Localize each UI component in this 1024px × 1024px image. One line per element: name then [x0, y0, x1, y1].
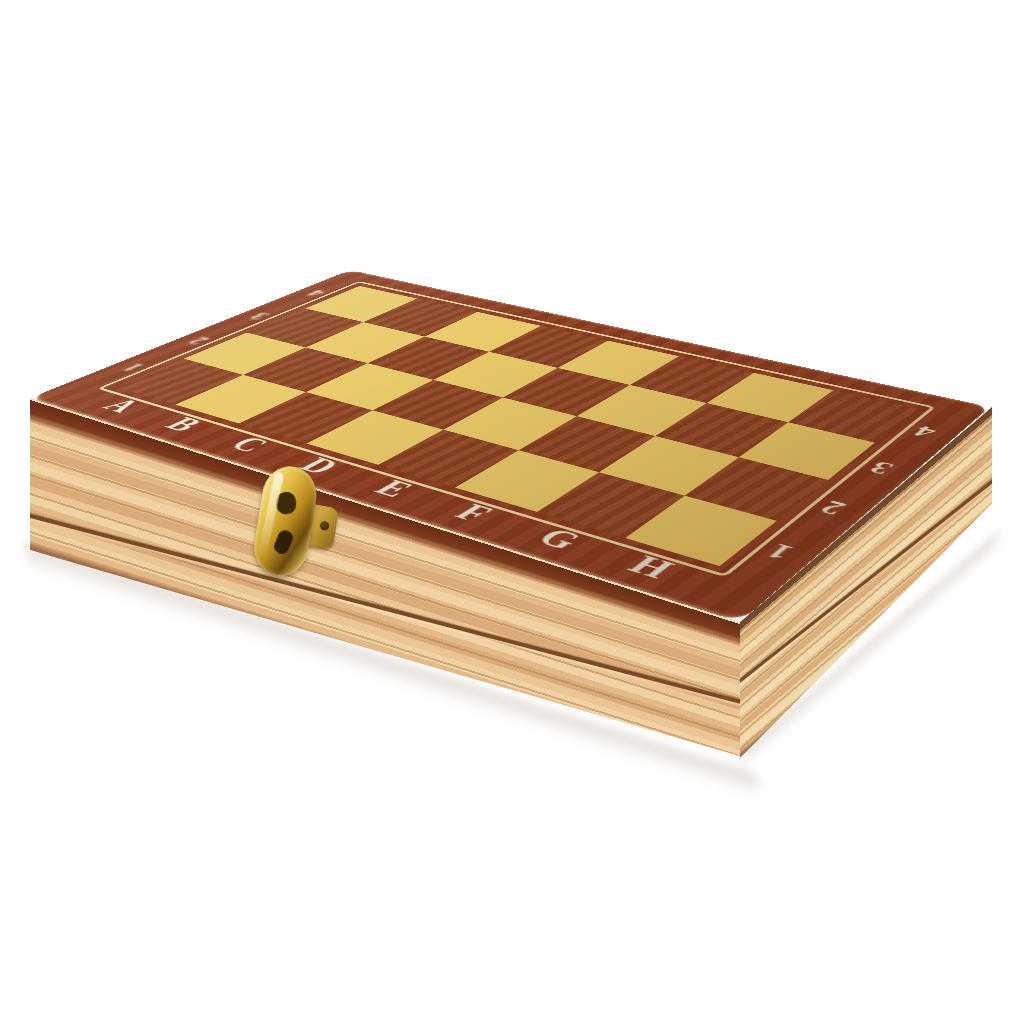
chess-box-product-photo: ABCDEFGH 4321 4321: [0, 0, 1024, 1024]
